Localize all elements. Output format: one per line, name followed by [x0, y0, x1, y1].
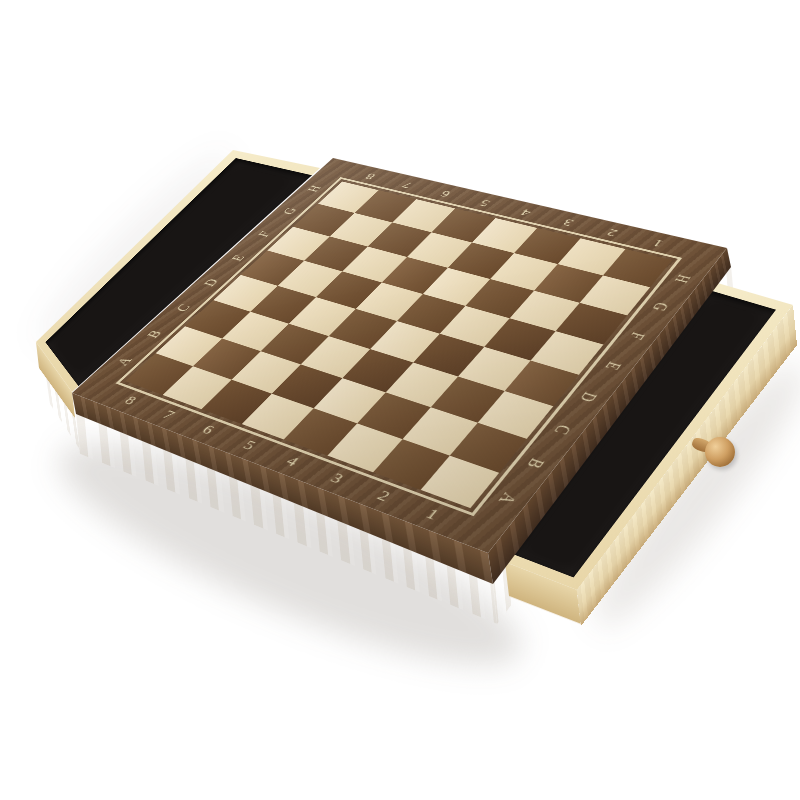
- drawer-knob[interactable]: [705, 437, 735, 467]
- chess-box-photo: 88HH77GG66FF55EE44DD33CC22BB11AA: [0, 0, 800, 800]
